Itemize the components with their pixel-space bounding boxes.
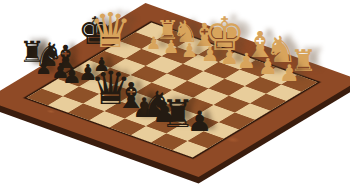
photo-backdrop: ♛ ♚ ♝ ♞ ♜ ♝ ♞ ♜ ♟ ♟ ♟ ♟ ♟ ♟ ♟ ♟ ♚ ♜ ♞ ♝ …: [0, 0, 350, 189]
chess-board: [0, 3, 350, 177]
black-rook: ♜: [19, 38, 45, 67]
